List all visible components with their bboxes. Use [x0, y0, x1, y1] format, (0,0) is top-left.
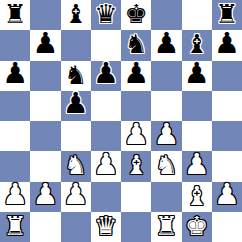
square-f4[interactable]: ♟: [151, 121, 181, 151]
white-pawn[interactable]: ♟: [214, 180, 240, 209]
square-b6[interactable]: [30, 61, 60, 91]
square-h2[interactable]: ♟: [212, 182, 242, 212]
square-b4[interactable]: [30, 121, 60, 151]
white-rook[interactable]: ♜: [3, 213, 26, 239]
square-e1[interactable]: [121, 212, 151, 242]
square-c8[interactable]: ♝: [61, 0, 91, 30]
square-b1[interactable]: [30, 212, 60, 242]
square-d2[interactable]: [91, 182, 121, 212]
white-pawn[interactable]: ♟: [123, 120, 149, 149]
black-rook[interactable]: ♜: [215, 1, 238, 27]
black-bishop[interactable]: ♝: [64, 1, 87, 27]
square-h6[interactable]: [212, 61, 242, 91]
square-g1[interactable]: ♚: [182, 212, 212, 242]
square-h7[interactable]: ♟: [212, 30, 242, 60]
square-f6[interactable]: [151, 61, 181, 91]
square-g6[interactable]: ♟: [182, 61, 212, 91]
black-pawn[interactable]: ♟: [32, 29, 58, 58]
white-pawn[interactable]: ♟: [184, 150, 210, 179]
white-pawn[interactable]: ♟: [93, 150, 119, 179]
chess-board: ♜♝♛♚♜♟♞♟♝♟♟♞♟♟♟♟♟♟♞♟♝♞♟♟♟♟♝♟♜♛♜♚: [0, 0, 242, 242]
black-pawn[interactable]: ♟: [214, 29, 240, 58]
black-pawn[interactable]: ♟: [153, 29, 179, 58]
square-a1[interactable]: ♜: [0, 212, 30, 242]
square-f3[interactable]: ♞: [151, 151, 181, 181]
square-e6[interactable]: ♟: [121, 61, 151, 91]
black-rook[interactable]: ♜: [3, 1, 26, 27]
square-b5[interactable]: [30, 91, 60, 121]
square-a6[interactable]: ♟: [0, 61, 30, 91]
square-c7[interactable]: [61, 30, 91, 60]
white-rook[interactable]: ♜: [155, 213, 178, 239]
black-king[interactable]: ♚: [124, 1, 147, 27]
white-queen[interactable]: ♛: [94, 213, 117, 239]
black-queen[interactable]: ♛: [94, 1, 117, 27]
square-e4[interactable]: ♟: [121, 121, 151, 151]
black-pawn[interactable]: ♟: [93, 59, 119, 88]
square-e3[interactable]: ♝: [121, 151, 151, 181]
square-e2[interactable]: [121, 182, 151, 212]
square-b2[interactable]: ♟: [30, 182, 60, 212]
square-f2[interactable]: [151, 182, 181, 212]
white-knight[interactable]: ♞: [155, 152, 178, 178]
black-pawn[interactable]: ♟: [2, 59, 28, 88]
square-a8[interactable]: ♜: [0, 0, 30, 30]
square-h4[interactable]: [212, 121, 242, 151]
square-a2[interactable]: ♟: [0, 182, 30, 212]
square-a4[interactable]: [0, 121, 30, 151]
square-e8[interactable]: ♚: [121, 0, 151, 30]
black-knight[interactable]: ♞: [124, 31, 147, 57]
square-c4[interactable]: [61, 121, 91, 151]
square-a5[interactable]: [0, 91, 30, 121]
white-bishop[interactable]: ♝: [185, 183, 208, 209]
square-h1[interactable]: [212, 212, 242, 242]
white-pawn[interactable]: ♟: [63, 180, 89, 209]
white-pawn[interactable]: ♟: [2, 180, 28, 209]
square-c2[interactable]: ♟: [61, 182, 91, 212]
white-bishop[interactable]: ♝: [124, 152, 147, 178]
square-f7[interactable]: ♟: [151, 30, 181, 60]
black-bishop[interactable]: ♝: [185, 31, 208, 57]
square-d1[interactable]: ♛: [91, 212, 121, 242]
square-g2[interactable]: ♝: [182, 182, 212, 212]
white-king[interactable]: ♚: [185, 213, 208, 239]
square-b7[interactable]: ♟: [30, 30, 60, 60]
square-g3[interactable]: ♟: [182, 151, 212, 181]
square-g8[interactable]: [182, 0, 212, 30]
white-pawn[interactable]: ♟: [153, 120, 179, 149]
square-d5[interactable]: [91, 91, 121, 121]
square-d6[interactable]: ♟: [91, 61, 121, 91]
square-f1[interactable]: ♜: [151, 212, 181, 242]
white-knight[interactable]: ♞: [64, 152, 87, 178]
black-pawn[interactable]: ♟: [63, 89, 89, 118]
black-pawn[interactable]: ♟: [184, 59, 210, 88]
black-pawn[interactable]: ♟: [123, 59, 149, 88]
white-pawn[interactable]: ♟: [32, 180, 58, 209]
square-c5[interactable]: ♟: [61, 91, 91, 121]
black-knight[interactable]: ♞: [64, 62, 87, 88]
square-d3[interactable]: ♟: [91, 151, 121, 181]
square-c1[interactable]: [61, 212, 91, 242]
square-h5[interactable]: [212, 91, 242, 121]
square-d8[interactable]: ♛: [91, 0, 121, 30]
square-g5[interactable]: [182, 91, 212, 121]
